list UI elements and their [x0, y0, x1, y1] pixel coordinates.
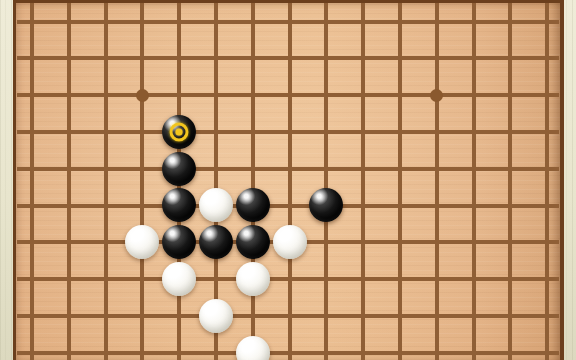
- white-stone: [125, 225, 159, 259]
- gomoku-board[interactable]: [13, 0, 564, 360]
- black-stone: [162, 188, 196, 222]
- board-top-edge: [13, 0, 564, 3]
- white-stone: [199, 299, 233, 333]
- black-stone: [309, 188, 343, 222]
- black-stone: [199, 225, 233, 259]
- black-stone: [236, 225, 270, 259]
- game-stage: [0, 0, 576, 360]
- last-move-marker-dot: [176, 128, 183, 135]
- black-stone: [162, 115, 196, 149]
- board-stones: [14, 3, 566, 360]
- white-stone: [236, 336, 270, 360]
- black-stone: [162, 152, 196, 186]
- black-stone: [162, 225, 196, 259]
- board-left-edge: [13, 0, 16, 360]
- black-stone: [236, 188, 270, 222]
- white-stone: [162, 262, 196, 296]
- board-right-edge: [560, 0, 564, 360]
- white-stone: [236, 262, 270, 296]
- white-stone: [199, 188, 233, 222]
- white-stone: [273, 225, 307, 259]
